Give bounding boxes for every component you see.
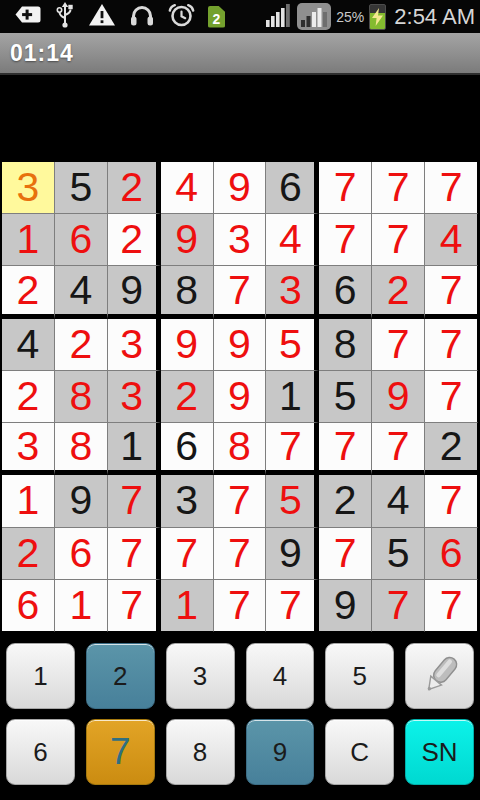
cell-r5c2[interactable]: 8 <box>55 371 108 423</box>
keypad: 12345 6789CSN <box>0 635 480 785</box>
key-sn[interactable]: SN <box>405 719 474 785</box>
cell-r4c4[interactable]: 9 <box>161 319 214 371</box>
cell-r6c7[interactable]: 7 <box>319 423 372 475</box>
warning-icon <box>88 3 116 31</box>
cell-r2c8[interactable]: 7 <box>372 214 425 266</box>
cell-r8c1[interactable]: 2 <box>2 528 55 580</box>
cell-r6c4[interactable]: 6 <box>161 423 214 475</box>
key-pencil[interactable] <box>405 643 474 709</box>
cell-r8c3[interactable]: 7 <box>108 528 161 580</box>
cell-r2c3[interactable]: 2 <box>108 214 161 266</box>
cell-r5c1[interactable]: 2 <box>2 371 55 423</box>
signal-icon <box>266 3 292 31</box>
key-9[interactable]: 9 <box>246 719 315 785</box>
alarm-icon <box>168 2 195 32</box>
cell-r3c7[interactable]: 6 <box>319 266 372 318</box>
cell-r3c5[interactable]: 7 <box>214 266 267 318</box>
usb-icon <box>55 2 75 32</box>
cell-r7c8[interactable]: 4 <box>372 475 425 527</box>
cell-r7c2[interactable]: 9 <box>55 475 108 527</box>
keypad-row: 6789CSN <box>6 719 474 785</box>
cell-r4c8[interactable]: 7 <box>372 319 425 371</box>
key-5[interactable]: 5 <box>325 643 394 709</box>
cell-r1c4[interactable]: 4 <box>161 162 214 214</box>
keypad-row: 12345 <box>6 643 474 709</box>
cell-r5c4[interactable]: 2 <box>161 371 214 423</box>
cell-r8c2[interactable]: 6 <box>55 528 108 580</box>
sudoku-board: 3524967771629347742498736274239958772832… <box>0 159 480 635</box>
timer-bar: 01:14 <box>0 33 480 75</box>
cell-r9c3[interactable]: 7 <box>108 580 161 632</box>
cell-r9c6[interactable]: 7 <box>266 580 319 632</box>
sim-badge: 2 <box>208 6 225 28</box>
key-3[interactable]: 3 <box>166 643 235 709</box>
cell-r3c2[interactable]: 4 <box>55 266 108 318</box>
cell-r6c5[interactable]: 8 <box>214 423 267 475</box>
cell-r6c1[interactable]: 3 <box>2 423 55 475</box>
cell-r9c9[interactable]: 7 <box>425 580 478 632</box>
cell-r8c9[interactable]: 6 <box>425 528 478 580</box>
cell-r7c9[interactable]: 7 <box>425 475 478 527</box>
key-7[interactable]: 7 <box>86 719 155 785</box>
cell-r1c6[interactable]: 6 <box>266 162 319 214</box>
cell-r1c2[interactable]: 5 <box>55 162 108 214</box>
key-4[interactable]: 4 <box>246 643 315 709</box>
cell-r9c4[interactable]: 1 <box>161 580 214 632</box>
cell-r2c7[interactable]: 7 <box>319 214 372 266</box>
cell-r2c2[interactable]: 6 <box>55 214 108 266</box>
battery-percent: 25% <box>336 9 364 25</box>
key-2[interactable]: 2 <box>86 643 155 709</box>
cell-r2c4[interactable]: 9 <box>161 214 214 266</box>
cell-r4c5[interactable]: 9 <box>214 319 267 371</box>
cell-r4c3[interactable]: 3 <box>108 319 161 371</box>
cell-r9c7[interactable]: 9 <box>319 580 372 632</box>
cell-r5c9[interactable]: 7 <box>425 371 478 423</box>
cell-r8c8[interactable]: 5 <box>372 528 425 580</box>
cell-r9c8[interactable]: 7 <box>372 580 425 632</box>
cell-r3c8[interactable]: 2 <box>372 266 425 318</box>
cell-r9c5[interactable]: 7 <box>214 580 267 632</box>
cell-r3c1[interactable]: 2 <box>2 266 55 318</box>
headphones-icon <box>129 3 155 31</box>
cell-r7c1[interactable]: 1 <box>2 475 55 527</box>
cell-r3c3[interactable]: 9 <box>108 266 161 318</box>
cell-r8c7[interactable]: 7 <box>319 528 372 580</box>
cell-r4c7[interactable]: 8 <box>319 319 372 371</box>
cell-r7c7[interactable]: 2 <box>319 475 372 527</box>
cell-r7c5[interactable]: 7 <box>214 475 267 527</box>
status-clock: 2:54 AM <box>394 4 475 30</box>
cell-r8c5[interactable]: 7 <box>214 528 267 580</box>
cell-r3c6[interactable]: 3 <box>266 266 319 318</box>
cell-r5c5[interactable]: 9 <box>214 371 267 423</box>
cell-r4c6[interactable]: 5 <box>266 319 319 371</box>
key-1[interactable]: 1 <box>6 643 75 709</box>
cell-r1c9[interactable]: 7 <box>425 162 478 214</box>
key-clear[interactable]: C <box>325 719 394 785</box>
cell-r9c1[interactable]: 6 <box>2 580 55 632</box>
cell-r2c5[interactable]: 3 <box>214 214 267 266</box>
cell-r6c9[interactable]: 2 <box>425 423 478 475</box>
cell-r7c3[interactable]: 7 <box>108 475 161 527</box>
cell-r3c4[interactable]: 8 <box>161 266 214 318</box>
cell-r6c3[interactable]: 1 <box>108 423 161 475</box>
cell-r8c4[interactable]: 7 <box>161 528 214 580</box>
battery-charging-icon <box>369 4 386 30</box>
cell-r2c1[interactable]: 1 <box>2 214 55 266</box>
cell-r1c5[interactable]: 9 <box>214 162 267 214</box>
cell-r5c8[interactable]: 9 <box>372 371 425 423</box>
cell-r7c4[interactable]: 3 <box>161 475 214 527</box>
cell-r1c7[interactable]: 7 <box>319 162 372 214</box>
phone-screen: 2 25% 2:54 AM 01:14 35249677716293477424… <box>0 0 480 800</box>
tag-plus-icon <box>13 3 42 30</box>
cell-r9c2[interactable]: 1 <box>55 580 108 632</box>
cell-r2c6[interactable]: 4 <box>266 214 319 266</box>
cell-r3c9[interactable]: 7 <box>425 266 478 318</box>
timer-text: 01:14 <box>0 40 74 67</box>
cell-r1c8[interactable]: 7 <box>372 162 425 214</box>
cell-r4c1[interactable]: 4 <box>2 319 55 371</box>
cell-r8c6[interactable]: 9 <box>266 528 319 580</box>
cell-r1c1[interactable]: 3 <box>2 162 55 214</box>
boxed-signal-icon <box>297 3 331 30</box>
key-8[interactable]: 8 <box>166 719 235 785</box>
status-bar: 2 25% 2:54 AM <box>0 0 480 33</box>
pencil-icon <box>417 653 463 699</box>
cell-r6c6[interactable]: 7 <box>266 423 319 475</box>
cell-r5c3[interactable]: 3 <box>108 371 161 423</box>
cell-r5c7[interactable]: 5 <box>319 371 372 423</box>
cell-r6c8[interactable]: 7 <box>372 423 425 475</box>
cell-r7c6[interactable]: 5 <box>266 475 319 527</box>
cell-r2c9[interactable]: 4 <box>425 214 478 266</box>
cell-r4c9[interactable]: 7 <box>425 319 478 371</box>
cell-r5c6[interactable]: 1 <box>266 371 319 423</box>
cell-r6c2[interactable]: 8 <box>55 423 108 475</box>
cell-r1c3[interactable]: 2 <box>108 162 161 214</box>
key-6[interactable]: 6 <box>6 719 75 785</box>
top-gap <box>0 75 480 159</box>
cell-r4c2[interactable]: 2 <box>55 319 108 371</box>
